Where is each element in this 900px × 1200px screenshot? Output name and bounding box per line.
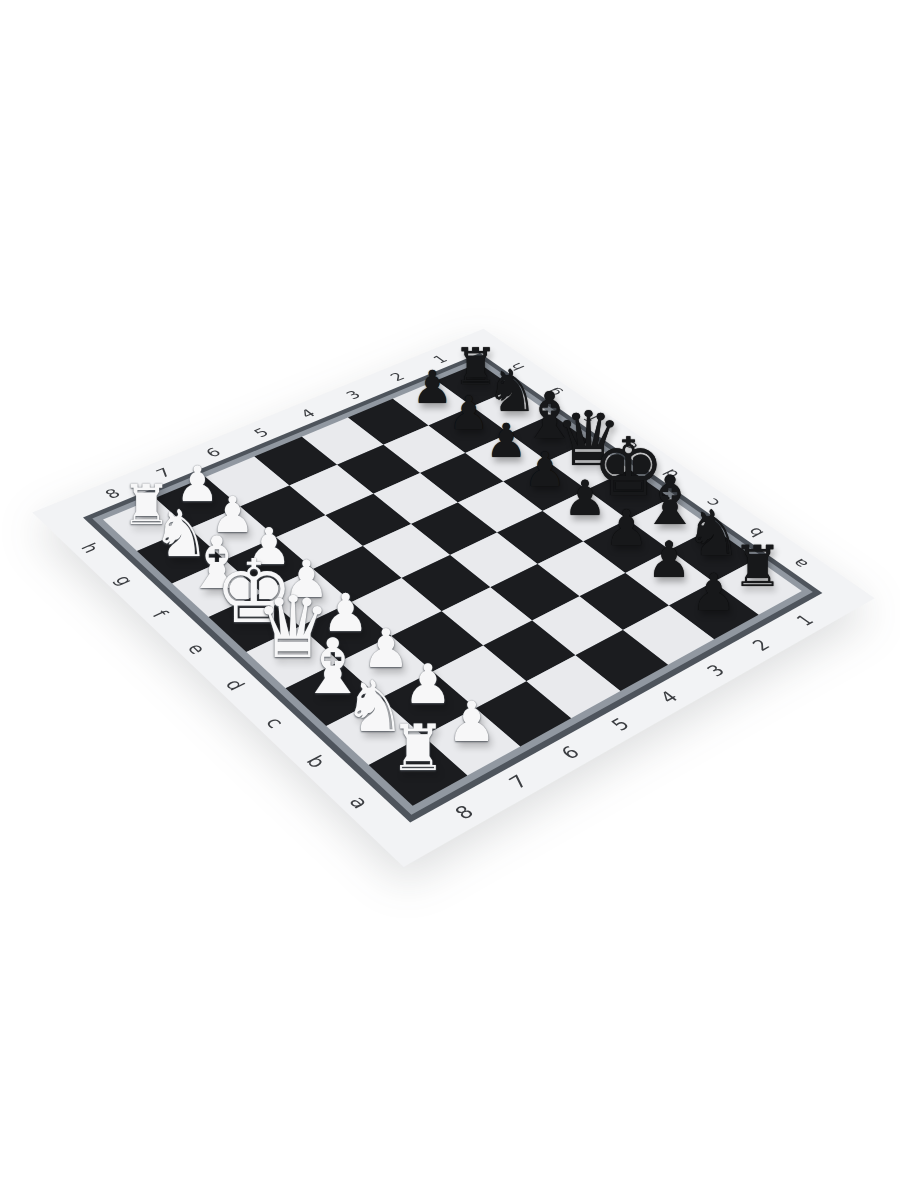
product-photo: hhggffeeddccbbaa1122334455667788 ♜♞♝♛♚♝♞… [0, 0, 900, 1200]
piece-black-pawn-d2: ♟ [563, 474, 606, 523]
piece-white-rook-a8: ♜ [390, 717, 447, 780]
piece-black-pawn-h2: ♟ [412, 364, 453, 410]
piece-black-pawn-g2: ♟ [448, 391, 489, 437]
pieces-layer: ♜♞♝♛♚♝♞♜♟♟♟♟♟♟♟♟♟♟♟♟♟♟♟♟♜♞♝♚♛♝♞♜ [0, 0, 900, 1200]
piece-black-rook-a1: ♜ [732, 539, 782, 595]
piece-black-pawn-e2: ♟ [524, 446, 567, 494]
piece-white-pawn-b7: ♟ [404, 657, 453, 712]
piece-black-pawn-c2: ♟ [604, 504, 648, 553]
piece-black-pawn-b2: ♟ [647, 535, 692, 585]
piece-black-pawn-a2: ♟ [691, 567, 737, 618]
piece-white-pawn-a7: ♟ [447, 694, 497, 750]
piece-black-pawn-f2: ♟ [485, 418, 527, 465]
